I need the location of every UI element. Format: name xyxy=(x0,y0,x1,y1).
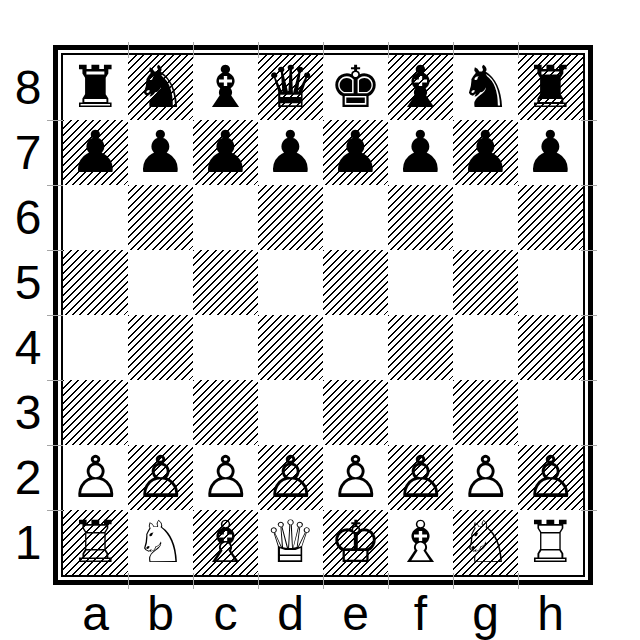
square-e2[interactable]: ♙ xyxy=(323,445,388,510)
square-h6[interactable] xyxy=(518,185,583,250)
square-d2[interactable]: ♙ xyxy=(258,445,323,510)
square-h3[interactable] xyxy=(518,380,583,445)
file-label-a: a xyxy=(63,588,128,638)
border-tick xyxy=(581,120,597,121)
square-g1[interactable]: ♘ xyxy=(453,510,518,575)
black-pawn: ♟ xyxy=(330,120,382,185)
board-inner-border: ♜♞♝♛♚♝♞♜♟♟♟♟♟♟♟♟♙♙♙♙♙♙♙♙♖♘♗♕♔♗♘♖ xyxy=(61,53,585,577)
border-tick xyxy=(581,445,597,446)
rank-label-5: 5 xyxy=(0,250,56,315)
black-rook: ♜ xyxy=(70,55,122,120)
border-tick xyxy=(388,573,389,589)
square-b6[interactable] xyxy=(128,185,193,250)
black-pawn: ♟ xyxy=(135,120,187,185)
white-knight: ♘ xyxy=(460,510,512,575)
square-h8[interactable]: ♜ xyxy=(518,55,583,120)
square-d3[interactable] xyxy=(258,380,323,445)
border-tick xyxy=(258,42,259,58)
border-tick xyxy=(581,380,597,381)
square-g4[interactable] xyxy=(453,315,518,380)
border-tick xyxy=(47,185,63,186)
square-b5[interactable] xyxy=(128,250,193,315)
square-e3[interactable] xyxy=(323,380,388,445)
square-g3[interactable] xyxy=(453,380,518,445)
border-tick xyxy=(258,573,259,589)
square-f8[interactable]: ♝ xyxy=(388,55,453,120)
square-g5[interactable] xyxy=(453,250,518,315)
square-f6[interactable] xyxy=(388,185,453,250)
white-rook: ♖ xyxy=(525,510,577,575)
square-f3[interactable] xyxy=(388,380,453,445)
square-f4[interactable] xyxy=(388,315,453,380)
square-d5[interactable] xyxy=(258,250,323,315)
square-c3[interactable] xyxy=(193,380,258,445)
square-a1[interactable]: ♖ xyxy=(63,510,128,575)
square-h2[interactable]: ♙ xyxy=(518,445,583,510)
file-label-e: e xyxy=(323,588,388,638)
black-pawn: ♟ xyxy=(525,120,577,185)
white-pawn: ♙ xyxy=(135,445,187,510)
square-d1[interactable]: ♕ xyxy=(258,510,323,575)
white-pawn: ♙ xyxy=(265,445,317,510)
border-tick xyxy=(453,42,454,58)
white-king: ♔ xyxy=(330,510,382,575)
square-c5[interactable] xyxy=(193,250,258,315)
square-h4[interactable] xyxy=(518,315,583,380)
border-tick xyxy=(47,510,63,511)
square-a4[interactable] xyxy=(63,315,128,380)
file-label-h: h xyxy=(518,588,583,638)
white-pawn: ♙ xyxy=(330,445,382,510)
border-tick xyxy=(388,42,389,58)
square-b1[interactable]: ♘ xyxy=(128,510,193,575)
square-a2[interactable]: ♙ xyxy=(63,445,128,510)
white-pawn: ♙ xyxy=(525,445,577,510)
black-king: ♚ xyxy=(330,55,382,120)
border-tick xyxy=(581,250,597,251)
border-tick xyxy=(581,185,597,186)
border-tick xyxy=(47,315,63,316)
square-f5[interactable] xyxy=(388,250,453,315)
square-d8[interactable]: ♛ xyxy=(258,55,323,120)
black-knight: ♞ xyxy=(135,55,187,120)
square-b7[interactable]: ♟ xyxy=(128,120,193,185)
square-b8[interactable]: ♞ xyxy=(128,55,193,120)
chess-board: ♜♞♝♛♚♝♞♜♟♟♟♟♟♟♟♟♙♙♙♙♙♙♙♙♖♘♗♕♔♗♘♖ xyxy=(63,55,583,575)
black-pawn: ♟ xyxy=(460,120,512,185)
rank-label-1: 1 xyxy=(0,510,56,575)
chess-diagram-page: 87654321 ♜♞♝♛♚♝♞♜♟♟♟♟♟♟♟♟♙♙♙♙♙♙♙♙♖♘♗♕♔♗♘… xyxy=(0,0,640,640)
white-pawn: ♙ xyxy=(200,445,252,510)
square-b2[interactable]: ♙ xyxy=(128,445,193,510)
square-a6[interactable] xyxy=(63,185,128,250)
white-pawn: ♙ xyxy=(395,445,447,510)
border-tick xyxy=(47,380,63,381)
square-c7[interactable]: ♟ xyxy=(193,120,258,185)
square-e6[interactable] xyxy=(323,185,388,250)
square-d4[interactable] xyxy=(258,315,323,380)
square-f7[interactable]: ♟ xyxy=(388,120,453,185)
border-tick xyxy=(128,42,129,58)
black-queen: ♛ xyxy=(265,55,317,120)
border-tick xyxy=(47,250,63,251)
rank-label-3: 3 xyxy=(0,380,56,445)
square-b4[interactable] xyxy=(128,315,193,380)
square-h1[interactable]: ♖ xyxy=(518,510,583,575)
square-c2[interactable]: ♙ xyxy=(193,445,258,510)
border-tick xyxy=(323,573,324,589)
square-a3[interactable] xyxy=(63,380,128,445)
square-g8[interactable]: ♞ xyxy=(453,55,518,120)
square-e7[interactable]: ♟ xyxy=(323,120,388,185)
rank-label-7: 7 xyxy=(0,120,56,185)
square-d6[interactable] xyxy=(258,185,323,250)
border-tick xyxy=(47,445,63,446)
black-rook: ♜ xyxy=(525,55,577,120)
border-tick xyxy=(193,42,194,58)
file-label-d: d xyxy=(258,588,323,638)
square-e4[interactable] xyxy=(323,315,388,380)
white-rook: ♖ xyxy=(70,510,122,575)
square-e8[interactable]: ♚ xyxy=(323,55,388,120)
black-pawn: ♟ xyxy=(70,120,122,185)
square-g7[interactable]: ♟ xyxy=(453,120,518,185)
file-label-c: c xyxy=(193,588,258,638)
square-a8[interactable]: ♜ xyxy=(63,55,128,120)
rank-label-2: 2 xyxy=(0,445,56,510)
black-pawn: ♟ xyxy=(395,120,447,185)
square-g2[interactable]: ♙ xyxy=(453,445,518,510)
white-bishop: ♗ xyxy=(395,510,447,575)
board-frame: ♜♞♝♛♚♝♞♜♟♟♟♟♟♟♟♟♙♙♙♙♙♙♙♙♖♘♗♕♔♗♘♖ xyxy=(53,45,593,585)
border-tick xyxy=(518,573,519,589)
black-pawn: ♟ xyxy=(265,120,317,185)
black-pawn: ♟ xyxy=(200,120,252,185)
square-e1[interactable]: ♔ xyxy=(323,510,388,575)
square-c1[interactable]: ♗ xyxy=(193,510,258,575)
file-label-b: b xyxy=(128,588,193,638)
rank-label-6: 6 xyxy=(0,185,56,250)
border-tick xyxy=(581,510,597,511)
square-b3[interactable] xyxy=(128,380,193,445)
border-tick xyxy=(518,42,519,58)
square-a7[interactable]: ♟ xyxy=(63,120,128,185)
square-d7[interactable]: ♟ xyxy=(258,120,323,185)
square-c8[interactable]: ♝ xyxy=(193,55,258,120)
square-a5[interactable] xyxy=(63,250,128,315)
square-g6[interactable] xyxy=(453,185,518,250)
square-f2[interactable]: ♙ xyxy=(388,445,453,510)
border-tick xyxy=(193,573,194,589)
black-bishop: ♝ xyxy=(395,55,447,120)
rank-label-8: 8 xyxy=(0,55,56,120)
square-h7[interactable]: ♟ xyxy=(518,120,583,185)
border-tick xyxy=(47,120,63,121)
border-tick xyxy=(128,573,129,589)
border-tick xyxy=(453,573,454,589)
rank-label-4: 4 xyxy=(0,315,56,380)
border-tick xyxy=(581,315,597,316)
file-labels: abcdefgh xyxy=(63,588,583,638)
square-c6[interactable] xyxy=(193,185,258,250)
white-bishop: ♗ xyxy=(200,510,252,575)
file-label-f: f xyxy=(388,588,453,638)
square-c4[interactable] xyxy=(193,315,258,380)
square-f1[interactable]: ♗ xyxy=(388,510,453,575)
white-pawn: ♙ xyxy=(460,445,512,510)
square-h5[interactable] xyxy=(518,250,583,315)
white-pawn: ♙ xyxy=(70,445,122,510)
border-tick xyxy=(323,42,324,58)
black-bishop: ♝ xyxy=(200,55,252,120)
white-knight: ♘ xyxy=(135,510,187,575)
white-queen: ♕ xyxy=(265,510,317,575)
file-label-g: g xyxy=(453,588,518,638)
square-e5[interactable] xyxy=(323,250,388,315)
black-knight: ♞ xyxy=(460,55,512,120)
